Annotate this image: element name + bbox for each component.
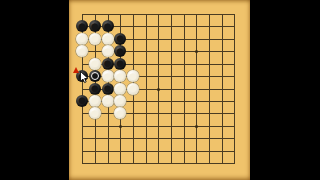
black-stone: ● xyxy=(102,58,114,70)
triangle-annotation-icon xyxy=(73,67,79,73)
left-letterbox xyxy=(0,0,69,180)
black-stone: ● xyxy=(89,83,101,95)
grid-line-horizontal xyxy=(82,126,235,127)
black-stone: ● xyxy=(114,33,126,45)
grid-line-vertical xyxy=(196,14,197,164)
white-stone: ● xyxy=(102,33,114,45)
grid-line-horizontal xyxy=(82,138,235,139)
grid-line-vertical xyxy=(234,14,235,164)
black-stone: ● xyxy=(76,95,88,107)
white-stone: ● xyxy=(114,95,126,107)
mouse-cursor-icon xyxy=(80,69,90,88)
grid-line-horizontal xyxy=(82,163,235,164)
grid-line-vertical xyxy=(209,14,210,164)
screen: ●●●●●●●●●●●●●●●●●●●●●●●●●●●● xyxy=(0,0,320,180)
white-stone: ● xyxy=(127,70,139,82)
black-stone: ● xyxy=(102,83,114,95)
grid-line-horizontal xyxy=(82,151,235,152)
white-stone: ● xyxy=(89,107,101,119)
white-stone: ● xyxy=(114,107,126,119)
white-stone: ● xyxy=(89,58,101,70)
grid-line-vertical xyxy=(171,14,172,164)
black-stone: ● xyxy=(76,20,88,32)
black-stone: ● xyxy=(114,58,126,70)
black-stone: ● xyxy=(89,20,101,32)
white-stone: ● xyxy=(102,70,114,82)
white-stone: ● xyxy=(76,45,88,57)
white-stone: ● xyxy=(114,70,126,82)
star-point xyxy=(157,88,160,91)
grid-line-vertical xyxy=(222,14,223,164)
star-point xyxy=(195,50,198,53)
star-point xyxy=(195,125,198,128)
white-stone: ● xyxy=(114,83,126,95)
grid-line-vertical xyxy=(184,14,185,164)
go-board[interactable]: ●●●●●●●●●●●●●●●●●●●●●●●●●●●● xyxy=(69,0,250,180)
grid-line-horizontal xyxy=(82,113,235,114)
black-stone: ● xyxy=(102,20,114,32)
black-stone: ● xyxy=(114,45,126,57)
last-move-marker xyxy=(91,72,99,80)
white-stone: ● xyxy=(76,33,88,45)
white-stone: ● xyxy=(102,95,114,107)
white-stone: ● xyxy=(89,95,101,107)
white-stone: ● xyxy=(102,45,114,57)
right-letterbox xyxy=(250,0,320,180)
white-stone: ● xyxy=(127,83,139,95)
white-stone: ● xyxy=(89,33,101,45)
star-point xyxy=(119,125,122,128)
